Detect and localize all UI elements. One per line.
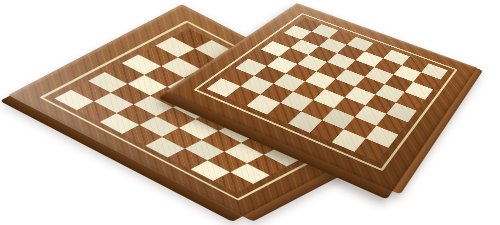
square-r0c3	[240, 64, 280, 85]
square-r7c4	[145, 137, 185, 158]
square-r5c1	[111, 84, 151, 105]
square-r2c3	[207, 81, 247, 102]
front-board-inlay-line	[193, 13, 457, 171]
square-r7c7	[354, 138, 388, 161]
back-chessboard	[8, 4, 417, 217]
square-r3c4	[336, 69, 365, 86]
back-board-inlay-line	[39, 20, 385, 200]
square-r1c5	[269, 96, 309, 117]
front-board-bottom-edge	[158, 92, 392, 199]
square-r3c1	[144, 66, 184, 87]
back-board-wrap	[0, 0, 500, 225]
square-r0c1	[195, 40, 235, 61]
square-r2c5	[365, 67, 394, 84]
back-board-sheen	[8, 4, 417, 217]
square-r7c6	[332, 129, 366, 152]
front-board-wrap	[0, 0, 500, 225]
square-r1c1	[301, 32, 329, 47]
front-chessboard	[165, 3, 478, 192]
square-r5c6	[355, 105, 387, 125]
back-board-right-edge	[243, 126, 425, 221]
front-board-sheen	[165, 3, 478, 192]
square-r4c1	[267, 57, 298, 74]
square-r4c2	[286, 64, 317, 81]
square-r4c7	[264, 146, 304, 167]
square-r7c5	[310, 120, 344, 142]
square-r6c5	[322, 108, 355, 129]
chessboard-product-photo	[0, 0, 500, 225]
square-r7c6	[191, 160, 231, 181]
square-r0c1	[312, 24, 339, 38]
square-r7c1	[226, 86, 260, 106]
square-r1c1	[178, 49, 218, 70]
square-r5c3	[293, 81, 325, 100]
square-r6c0	[221, 68, 254, 86]
square-r3c3	[190, 90, 230, 111]
square-r0c5	[286, 87, 326, 108]
square-r1c5	[374, 58, 402, 74]
square-r2c2	[184, 69, 224, 90]
square-r2c2	[308, 46, 337, 62]
square-r7c5	[168, 149, 208, 170]
square-r2c4	[229, 93, 269, 114]
square-r6c3	[280, 92, 313, 112]
square-r1c3	[337, 45, 365, 60]
square-r5c6	[224, 143, 264, 164]
square-r0c4	[365, 43, 392, 58]
square-r5c4	[179, 119, 219, 140]
square-r4c4	[196, 111, 236, 132]
square-r5c7	[376, 114, 407, 135]
square-r3c7	[281, 137, 321, 158]
square-r5c2	[273, 74, 305, 92]
square-r5c2	[133, 96, 173, 117]
square-r0c3	[347, 37, 374, 52]
square-r0c2	[329, 30, 356, 44]
square-r2c1	[161, 58, 201, 79]
square-r0c6	[308, 99, 348, 120]
square-r3c1	[279, 48, 309, 64]
square-r6c4	[162, 128, 202, 149]
square-r6c6	[344, 117, 377, 138]
square-r4c5	[218, 122, 258, 143]
square-r4c1	[128, 75, 168, 96]
square-r6c1	[241, 76, 274, 95]
square-r0c0	[172, 28, 212, 49]
square-r3c6	[375, 84, 404, 102]
square-r1c3	[223, 72, 263, 93]
square-r5c5	[202, 131, 242, 152]
square-r4c0	[248, 50, 279, 66]
square-r2c0	[273, 33, 302, 48]
square-r4c0	[105, 63, 145, 84]
square-r2c6	[275, 116, 315, 137]
square-r3c0	[122, 55, 162, 76]
square-r3c3	[316, 62, 346, 79]
square-r2c5	[252, 105, 292, 126]
square-r4c2	[150, 87, 190, 108]
square-r6c7	[366, 126, 399, 148]
front-board-right-edge	[393, 68, 483, 194]
square-r3c7	[396, 92, 425, 111]
square-r5c5	[334, 97, 366, 117]
square-r6c4	[301, 100, 334, 120]
square-r6c2	[117, 105, 157, 126]
square-r1c7	[413, 72, 441, 89]
square-r6c2	[260, 84, 293, 103]
square-r4c3	[173, 99, 213, 120]
square-r6c1	[94, 93, 134, 114]
square-r0c2	[218, 52, 258, 73]
square-r1c0	[284, 25, 312, 39]
square-r7c3	[267, 103, 301, 124]
square-r1c4	[246, 84, 286, 105]
square-r0c6	[402, 56, 429, 72]
square-r1c0	[155, 37, 195, 58]
square-r5c0	[235, 59, 267, 76]
square-r7c1	[77, 102, 117, 123]
square-r1c2	[201, 61, 241, 82]
square-r6c5	[185, 140, 225, 161]
square-r2c1	[290, 40, 319, 55]
square-r3c2	[167, 78, 207, 99]
square-r4c4	[325, 79, 356, 97]
square-r2c0	[138, 46, 178, 67]
square-r1c4	[356, 51, 384, 67]
square-r5c4	[313, 89, 345, 108]
square-r6c7	[230, 163, 270, 184]
square-r0c7	[331, 111, 371, 132]
square-r7c7	[213, 172, 253, 193]
square-r1c2	[319, 38, 347, 53]
square-r3c0	[261, 41, 291, 57]
front-board-field	[207, 18, 448, 162]
square-r4c5	[345, 87, 375, 106]
square-r0c5	[383, 50, 410, 65]
square-r5c7	[247, 155, 287, 176]
back-board-bottom-edge	[0, 96, 243, 222]
square-r7c3	[123, 125, 163, 146]
square-r7c0	[54, 90, 94, 111]
square-r0c7	[421, 63, 448, 79]
square-r7c2	[100, 113, 140, 134]
back-board-field	[54, 28, 370, 193]
square-r1c6	[292, 108, 332, 129]
square-r4c7	[386, 103, 416, 123]
square-r2c7	[405, 82, 433, 100]
square-r5c1	[254, 66, 286, 84]
square-r5c0	[88, 72, 128, 93]
square-r0c0	[294, 18, 321, 32]
square-r3c5	[235, 113, 275, 134]
square-r6c3	[139, 116, 179, 137]
square-r3c4	[212, 102, 252, 123]
square-r6c6	[207, 152, 247, 173]
square-r4c3	[305, 71, 336, 89]
square-r4c6	[241, 134, 281, 155]
square-r2c3	[327, 53, 356, 69]
square-r2c6	[385, 74, 413, 91]
square-r7c0	[207, 78, 241, 97]
square-r5c3	[156, 108, 196, 129]
square-r1c7	[314, 119, 354, 140]
square-r4c6	[365, 95, 395, 114]
square-r6c0	[71, 81, 111, 102]
square-r3c2	[297, 55, 327, 71]
square-r1c6	[394, 65, 422, 82]
square-r2c7	[297, 128, 337, 149]
square-r7c2	[246, 94, 280, 114]
square-r2c4	[346, 60, 375, 77]
square-r7c4	[288, 111, 322, 132]
square-r3c5	[355, 77, 384, 95]
square-r0c4	[263, 75, 303, 96]
square-r3c6	[258, 125, 298, 146]
